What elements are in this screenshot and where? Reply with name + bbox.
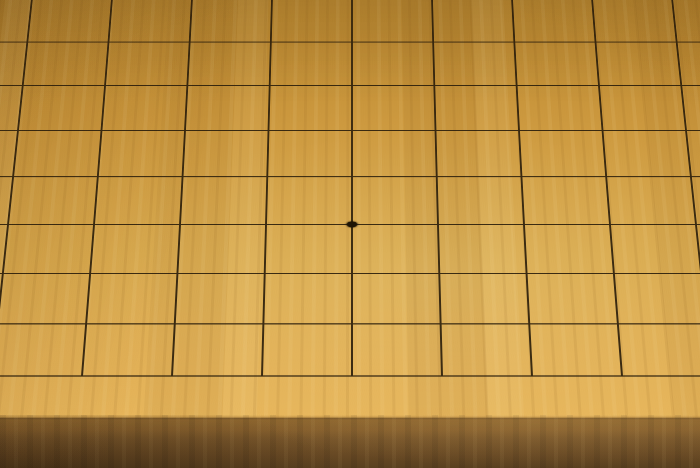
- grid-cell: [617, 323, 700, 375]
- grid-cell: [184, 85, 269, 130]
- grid-cell: [605, 176, 695, 224]
- grid-cell: [602, 130, 690, 176]
- grid-cell: [22, 42, 108, 86]
- grid-cell: [266, 130, 351, 176]
- grid-cell: [516, 85, 602, 130]
- grid-cell: [518, 130, 605, 176]
- grid-cell: [432, 42, 515, 86]
- grid-cell: [609, 224, 700, 273]
- grid-cell: [12, 130, 100, 176]
- grid-cell: [351, 0, 432, 42]
- grid-cell: [179, 176, 266, 224]
- grid-cell: [26, 0, 111, 42]
- star-point-hoshi: [347, 221, 358, 227]
- grid-cell: [186, 42, 269, 86]
- grid-cell: [182, 130, 268, 176]
- grid-cell: [351, 85, 434, 130]
- grid-cell: [351, 273, 440, 324]
- grid-cell: [526, 273, 617, 324]
- grid-cell: [440, 323, 531, 375]
- grid-cell: [435, 130, 521, 176]
- grid-cell: [591, 0, 676, 42]
- go-board-grid: [0, 0, 700, 377]
- grid-cell: [270, 0, 351, 42]
- grid-cell: [265, 176, 351, 224]
- grid-cell: [104, 42, 189, 86]
- grid-cell: [433, 85, 518, 130]
- grid-cell: [17, 85, 104, 130]
- grid-cell: [671, 0, 700, 42]
- grid-cell: [261, 323, 351, 375]
- grid-cell: [523, 224, 613, 273]
- grid-cell: [189, 0, 271, 42]
- grid-cell: [269, 42, 351, 86]
- grid-cell: [513, 42, 598, 86]
- grid-cell: [0, 273, 89, 324]
- goban-photo: [0, 0, 700, 468]
- go-board-surface: [0, 0, 700, 418]
- grid-cell: [431, 0, 513, 42]
- grid-cell: [0, 323, 85, 375]
- grid-cell: [268, 85, 352, 130]
- grid-cell: [595, 42, 681, 86]
- grid-cell: [351, 323, 441, 375]
- grid-cell: [528, 323, 621, 375]
- grid-cell: [101, 85, 187, 130]
- grid-cell: [176, 224, 265, 273]
- grid-cell: [351, 224, 438, 273]
- grid-cell: [7, 176, 97, 224]
- grid-cell: [676, 42, 700, 86]
- grid-cell: [171, 323, 262, 375]
- grid-cell: [174, 273, 264, 324]
- grid-cell: [97, 130, 184, 176]
- grid-cell: [2, 224, 93, 273]
- grid-cell: [264, 224, 351, 273]
- grid-cell: [93, 176, 182, 224]
- grid-cell: [437, 224, 526, 273]
- grid-cell: [438, 273, 528, 324]
- grid-cell: [613, 273, 700, 324]
- grid-cell: [262, 273, 351, 324]
- grid-cell: [520, 176, 608, 224]
- grid-cell: [351, 130, 436, 176]
- grid-cell: [89, 224, 179, 273]
- grid-cell: [351, 42, 433, 86]
- grid-cell: [511, 0, 594, 42]
- board-front-edge: [0, 415, 700, 468]
- grid-cell: [81, 323, 174, 375]
- grid-cell: [85, 273, 176, 324]
- grid-cell: [436, 176, 523, 224]
- grid-cell: [108, 0, 191, 42]
- grid-cell: [351, 176, 437, 224]
- grid-cell: [598, 85, 685, 130]
